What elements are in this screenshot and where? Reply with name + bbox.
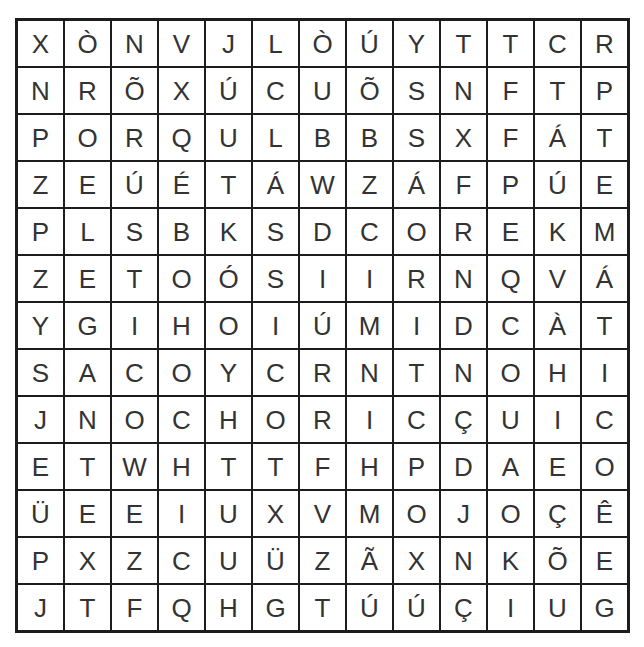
grid-cell-r13c2[interactable]: T (64, 584, 111, 631)
grid-cell-r7c3[interactable]: I (111, 302, 158, 349)
grid-cell-r11c13[interactable]: Ê (581, 490, 628, 537)
grid-cell-r4c12[interactable]: Ú (534, 161, 581, 208)
grid-cell-r10c1[interactable]: E (17, 443, 64, 490)
grid-cell-r1c5[interactable]: J (205, 20, 252, 67)
grid-cell-r4c8[interactable]: Z (346, 161, 393, 208)
grid-cell-r2c6[interactable]: C (252, 67, 299, 114)
grid-cell-r13c13[interactable]: G (581, 584, 628, 631)
grid-cell-r4c9[interactable]: Á (393, 161, 440, 208)
grid-cell-r13c1[interactable]: J (17, 584, 64, 631)
grid-cell-r12c7[interactable]: Z (299, 537, 346, 584)
grid-cell-r2c5[interactable]: Ú (205, 67, 252, 114)
grid-cell-r6c9[interactable]: R (393, 255, 440, 302)
grid-cell-r5c10[interactable]: R (440, 208, 487, 255)
grid-cell-r5c3[interactable]: S (111, 208, 158, 255)
word-search-grid: XÒNVJLÒÚYTTCRNRÕXÚCUÕSNFTPPORQULBBSXFÁTZ… (15, 18, 630, 633)
grid-cell-r6c10[interactable]: N (440, 255, 487, 302)
grid-cell-r4c4[interactable]: É (158, 161, 205, 208)
grid-cell-r1c11[interactable]: T (487, 20, 534, 67)
grid-cell-r7c7[interactable]: Ú (299, 302, 346, 349)
grid-cell-r3c3[interactable]: R (111, 114, 158, 161)
grid-cell-r9c2[interactable]: N (64, 396, 111, 443)
grid-cell-r4c5[interactable]: T (205, 161, 252, 208)
grid-cell-r6c8[interactable]: I (346, 255, 393, 302)
grid-cell-r11c11[interactable]: O (487, 490, 534, 537)
grid-cell-r2c8[interactable]: Õ (346, 67, 393, 114)
grid-cell-r11c4[interactable]: I (158, 490, 205, 537)
grid-cell-r5c12[interactable]: K (534, 208, 581, 255)
grid-cell-r10c4[interactable]: H (158, 443, 205, 490)
grid-cell-r9c13[interactable]: C (581, 396, 628, 443)
grid-cell-r9c4[interactable]: C (158, 396, 205, 443)
grid-cell-r2c10[interactable]: N (440, 67, 487, 114)
grid-cell-r11c9[interactable]: O (393, 490, 440, 537)
grid-cell-r11c8[interactable]: M (346, 490, 393, 537)
grid-cell-r5c4[interactable]: B (158, 208, 205, 255)
grid-cell-r6c4[interactable]: O (158, 255, 205, 302)
grid-cell-r8c10[interactable]: N (440, 349, 487, 396)
grid-cell-r6c12[interactable]: V (534, 255, 581, 302)
grid-cell-r3c11[interactable]: F (487, 114, 534, 161)
grid-cell-r8c6[interactable]: C (252, 349, 299, 396)
grid-cell-r9c9[interactable]: C (393, 396, 440, 443)
grid-cell-r2c4[interactable]: X (158, 67, 205, 114)
grid-cell-r1c9[interactable]: Y (393, 20, 440, 67)
grid-cell-r9c3[interactable]: O (111, 396, 158, 443)
grid-cell-r11c3[interactable]: E (111, 490, 158, 537)
grid-cell-r8c1[interactable]: S (17, 349, 64, 396)
grid-cell-r5c5[interactable]: K (205, 208, 252, 255)
grid-cell-r5c13[interactable]: M (581, 208, 628, 255)
grid-cell-r4c7[interactable]: W (299, 161, 346, 208)
grid-cell-r10c8[interactable]: H (346, 443, 393, 490)
grid-cell-r12c4[interactable]: C (158, 537, 205, 584)
grid-cell-r6c1[interactable]: Z (17, 255, 64, 302)
grid-cell-r9c8[interactable]: I (346, 396, 393, 443)
grid-cell-r4c2[interactable]: E (64, 161, 111, 208)
grid-cell-r7c5[interactable]: O (205, 302, 252, 349)
grid-cell-r9c1[interactable]: J (17, 396, 64, 443)
grid-cell-r11c1[interactable]: Ü (17, 490, 64, 537)
grid-cell-r10c7[interactable]: F (299, 443, 346, 490)
grid-cell-r8c13[interactable]: I (581, 349, 628, 396)
grid-cell-r2c3[interactable]: Õ (111, 67, 158, 114)
grid-cell-r6c11[interactable]: Q (487, 255, 534, 302)
grid-cell-r2c2[interactable]: R (64, 67, 111, 114)
grid-cell-r13c8[interactable]: Ú (346, 584, 393, 631)
grid-cell-r3c13[interactable]: T (581, 114, 628, 161)
grid-cell-r8c7[interactable]: R (299, 349, 346, 396)
grid-cell-r13c10[interactable]: Ç (440, 584, 487, 631)
grid-cell-r4c11[interactable]: P (487, 161, 534, 208)
grid-cell-r9c12[interactable]: I (534, 396, 581, 443)
grid-cell-r3c1[interactable]: P (17, 114, 64, 161)
grid-cell-r8c12[interactable]: H (534, 349, 581, 396)
grid-cell-r2c9[interactable]: S (393, 67, 440, 114)
grid-cell-r8c3[interactable]: C (111, 349, 158, 396)
grid-cell-r12c3[interactable]: Z (111, 537, 158, 584)
grid-cell-r8c8[interactable]: N (346, 349, 393, 396)
grid-cell-r11c6[interactable]: X (252, 490, 299, 537)
grid-cell-r9c11[interactable]: U (487, 396, 534, 443)
grid-cell-r9c5[interactable]: H (205, 396, 252, 443)
grid-cell-r13c4[interactable]: Q (158, 584, 205, 631)
grid-cell-r5c2[interactable]: L (64, 208, 111, 255)
grid-cell-r3c10[interactable]: X (440, 114, 487, 161)
grid-cell-r9c10[interactable]: Ç (440, 396, 487, 443)
grid-cell-r7c1[interactable]: Y (17, 302, 64, 349)
grid-cell-r8c4[interactable]: O (158, 349, 205, 396)
grid-cell-r5c11[interactable]: E (487, 208, 534, 255)
grid-cell-r2c1[interactable]: N (17, 67, 64, 114)
grid-cell-r10c2[interactable]: T (64, 443, 111, 490)
grid-cell-r10c9[interactable]: P (393, 443, 440, 490)
grid-cell-r8c11[interactable]: O (487, 349, 534, 396)
grid-cell-r13c5[interactable]: H (205, 584, 252, 631)
grid-cell-r7c4[interactable]: H (158, 302, 205, 349)
grid-cell-r10c11[interactable]: A (487, 443, 534, 490)
grid-cell-r12c5[interactable]: U (205, 537, 252, 584)
grid-cell-r12c8[interactable]: Ã (346, 537, 393, 584)
grid-cell-r7c8[interactable]: M (346, 302, 393, 349)
grid-cell-r7c13[interactable]: T (581, 302, 628, 349)
grid-cell-r12c2[interactable]: X (64, 537, 111, 584)
page: XÒNVJLÒÚYTTCRNRÕXÚCUÕSNFTPPORQULBBSXFÁTZ… (0, 0, 644, 647)
grid-cell-r13c3[interactable]: F (111, 584, 158, 631)
grid-cell-r11c7[interactable]: V (299, 490, 346, 537)
grid-cell-r4c10[interactable]: F (440, 161, 487, 208)
grid-cell-r5c9[interactable]: O (393, 208, 440, 255)
grid-cell-r11c10[interactable]: J (440, 490, 487, 537)
grid-cell-r1c6[interactable]: L (252, 20, 299, 67)
grid-cell-r5c6[interactable]: S (252, 208, 299, 255)
grid-cell-r6c2[interactable]: E (64, 255, 111, 302)
grid-cell-r13c12[interactable]: U (534, 584, 581, 631)
grid-cell-r13c9[interactable]: Ú (393, 584, 440, 631)
grid-cell-r7c11[interactable]: C (487, 302, 534, 349)
grid-cell-r10c3[interactable]: W (111, 443, 158, 490)
grid-cell-r10c6[interactable]: T (252, 443, 299, 490)
grid-cell-r3c6[interactable]: L (252, 114, 299, 161)
grid-cell-r13c6[interactable]: G (252, 584, 299, 631)
grid-cell-r10c5[interactable]: T (205, 443, 252, 490)
grid-cell-r8c2[interactable]: A (64, 349, 111, 396)
grid-cell-r3c4[interactable]: Q (158, 114, 205, 161)
grid-cell-r8c9[interactable]: T (393, 349, 440, 396)
grid-cell-r13c7[interactable]: T (299, 584, 346, 631)
grid-cell-r1c7[interactable]: Ò (299, 20, 346, 67)
grid-cell-r3c7[interactable]: B (299, 114, 346, 161)
grid-cell-r5c7[interactable]: D (299, 208, 346, 255)
grid-cell-r1c4[interactable]: V (158, 20, 205, 67)
grid-cell-r9c7[interactable]: R (299, 396, 346, 443)
grid-cell-r3c8[interactable]: B (346, 114, 393, 161)
grid-cell-r12c13[interactable]: E (581, 537, 628, 584)
grid-cell-r12c11[interactable]: K (487, 537, 534, 584)
grid-cell-r3c12[interactable]: Á (534, 114, 581, 161)
grid-cell-r2c7[interactable]: U (299, 67, 346, 114)
grid-cell-r1c3[interactable]: N (111, 20, 158, 67)
grid-cell-r7c6[interactable]: I (252, 302, 299, 349)
grid-cell-r12c10[interactable]: N (440, 537, 487, 584)
grid-cell-r9c6[interactable]: O (252, 396, 299, 443)
grid-cell-r2c13[interactable]: P (581, 67, 628, 114)
grid-cell-r4c13[interactable]: E (581, 161, 628, 208)
grid-cell-r4c1[interactable]: Z (17, 161, 64, 208)
grid-cell-r6c5[interactable]: Ó (205, 255, 252, 302)
grid-cell-r10c10[interactable]: D (440, 443, 487, 490)
grid-cell-r2c11[interactable]: F (487, 67, 534, 114)
grid-cell-r3c2[interactable]: O (64, 114, 111, 161)
grid-cell-r11c2[interactable]: E (64, 490, 111, 537)
grid-cell-r1c10[interactable]: T (440, 20, 487, 67)
grid-cell-r1c13[interactable]: R (581, 20, 628, 67)
grid-cell-r7c9[interactable]: I (393, 302, 440, 349)
grid-cell-r6c13[interactable]: Á (581, 255, 628, 302)
grid-cell-r1c12[interactable]: C (534, 20, 581, 67)
grid-cell-r4c3[interactable]: Ú (111, 161, 158, 208)
grid-cell-r3c5[interactable]: U (205, 114, 252, 161)
grid-cell-r12c12[interactable]: Õ (534, 537, 581, 584)
grid-cell-r6c6[interactable]: S (252, 255, 299, 302)
grid-cell-r11c5[interactable]: U (205, 490, 252, 537)
grid-cell-r12c6[interactable]: Ü (252, 537, 299, 584)
grid-cell-r7c10[interactable]: D (440, 302, 487, 349)
grid-cell-r13c11[interactable]: I (487, 584, 534, 631)
grid-cell-r7c12[interactable]: À (534, 302, 581, 349)
grid-cell-r10c13[interactable]: O (581, 443, 628, 490)
grid-cell-r8c5[interactable]: Y (205, 349, 252, 396)
grid-cell-r12c1[interactable]: P (17, 537, 64, 584)
grid-cell-r1c2[interactable]: Ò (64, 20, 111, 67)
grid-cell-r2c12[interactable]: T (534, 67, 581, 114)
grid-cell-r3c9[interactable]: S (393, 114, 440, 161)
grid-cell-r6c3[interactable]: T (111, 255, 158, 302)
grid-cell-r10c12[interactable]: E (534, 443, 581, 490)
grid-cell-r4c6[interactable]: Á (252, 161, 299, 208)
grid-cell-r11c12[interactable]: Ç (534, 490, 581, 537)
grid-cell-r1c8[interactable]: Ú (346, 20, 393, 67)
grid-cell-r5c1[interactable]: P (17, 208, 64, 255)
grid-cell-r5c8[interactable]: C (346, 208, 393, 255)
grid-cell-r1c1[interactable]: X (17, 20, 64, 67)
grid-cell-r6c7[interactable]: I (299, 255, 346, 302)
grid-cell-r12c9[interactable]: X (393, 537, 440, 584)
grid-cell-r7c2[interactable]: G (64, 302, 111, 349)
